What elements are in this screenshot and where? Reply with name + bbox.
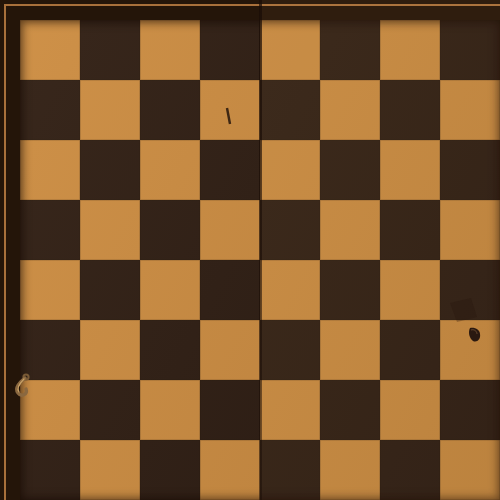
square-r6c1 — [20, 320, 80, 380]
square-r5c3 — [140, 260, 200, 320]
photo-backdrop — [0, 0, 500, 500]
square-r3c1 — [20, 140, 80, 200]
square-r8c4 — [200, 440, 260, 500]
square-r2c4 — [200, 80, 260, 140]
square-r8c3 — [140, 440, 200, 500]
square-r7c2 — [80, 380, 140, 440]
square-r8c2 — [80, 440, 140, 500]
square-r8c1 — [20, 440, 80, 500]
square-r4c1 — [20, 200, 80, 260]
square-r4c3 — [140, 200, 200, 260]
square-r2c1 — [20, 80, 80, 140]
square-r5c4 — [200, 260, 260, 320]
field-right-half-tint — [260, 0, 500, 500]
square-r7c4 — [200, 380, 260, 440]
square-r1c1 — [20, 20, 80, 80]
square-r7c3 — [140, 380, 200, 440]
board-fold-seam — [259, 0, 262, 500]
square-r3c2 — [80, 140, 140, 200]
square-r4c2 — [80, 200, 140, 260]
square-r1c4 — [200, 20, 260, 80]
square-r6c2 — [80, 320, 140, 380]
square-r1c2 — [80, 20, 140, 80]
square-r5c2 — [80, 260, 140, 320]
square-r4c4 — [200, 200, 260, 260]
square-r6c4 — [200, 320, 260, 380]
square-r3c4 — [200, 140, 260, 200]
checkerboard — [0, 0, 500, 500]
square-r2c2 — [80, 80, 140, 140]
square-r1c3 — [140, 20, 200, 80]
square-r5c1 — [20, 260, 80, 320]
square-r7c1 — [20, 380, 80, 440]
square-r6c3 — [140, 320, 200, 380]
square-r2c3 — [140, 80, 200, 140]
square-r3c3 — [140, 140, 200, 200]
